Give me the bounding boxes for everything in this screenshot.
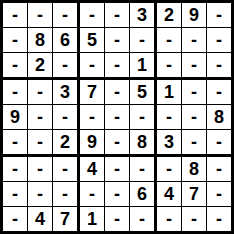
sudoku-cell[interactable]: -: [28, 157, 53, 182]
board-row: -----647-: [3, 182, 231, 207]
sudoku-cell[interactable]: 5: [80, 28, 105, 53]
sudoku-board: -----329--865------2---1-----37-51--9---…: [0, 0, 234, 234]
board-row: -471-----: [3, 207, 231, 231]
sudoku-cell[interactable]: 3: [157, 130, 182, 157]
sudoku-cell[interactable]: -: [105, 207, 130, 231]
sudoku-cell[interactable]: -: [53, 157, 80, 182]
sudoku-cell[interactable]: 4: [157, 182, 182, 207]
sudoku-cell[interactable]: -: [157, 28, 182, 53]
sudoku-cell[interactable]: -: [28, 80, 53, 105]
sudoku-cell[interactable]: 7: [182, 182, 207, 207]
sudoku-cell[interactable]: 9: [80, 130, 105, 157]
board-row: 9-------8: [3, 105, 231, 130]
sudoku-cell[interactable]: -: [207, 130, 231, 157]
sudoku-cell[interactable]: 8: [207, 105, 231, 130]
sudoku-cell[interactable]: -: [3, 130, 28, 157]
sudoku-cell[interactable]: -: [207, 207, 231, 231]
sudoku-cell[interactable]: -: [28, 105, 53, 130]
sudoku-cell[interactable]: 5: [130, 80, 157, 105]
board-row: -2---1---: [3, 53, 231, 80]
sudoku-cell[interactable]: -: [53, 3, 80, 28]
sudoku-cell[interactable]: -: [28, 3, 53, 28]
sudoku-cell[interactable]: -: [182, 53, 207, 80]
sudoku-cell[interactable]: 4: [28, 207, 53, 231]
sudoku-cell[interactable]: -: [3, 80, 28, 105]
sudoku-cell[interactable]: -: [105, 130, 130, 157]
sudoku-cell[interactable]: -: [207, 28, 231, 53]
board-row: ---4---8-: [3, 157, 231, 182]
sudoku-cell[interactable]: -: [53, 105, 80, 130]
sudoku-cell[interactable]: -: [3, 28, 28, 53]
sudoku-cell[interactable]: -: [28, 182, 53, 207]
sudoku-cell[interactable]: 2: [28, 53, 53, 80]
sudoku-cell[interactable]: -: [130, 157, 157, 182]
sudoku-cell[interactable]: -: [105, 28, 130, 53]
sudoku-cell[interactable]: -: [182, 130, 207, 157]
sudoku-cell[interactable]: 8: [28, 28, 53, 53]
sudoku-cell[interactable]: 2: [157, 3, 182, 28]
sudoku-cell[interactable]: 8: [182, 157, 207, 182]
sudoku-cell[interactable]: -: [105, 157, 130, 182]
board-row: --37-51--: [3, 80, 231, 105]
sudoku-cell[interactable]: -: [53, 182, 80, 207]
sudoku-cell[interactable]: -: [3, 53, 28, 80]
sudoku-cell[interactable]: -: [28, 130, 53, 157]
sudoku-cell[interactable]: 3: [53, 80, 80, 105]
sudoku-cell[interactable]: -: [130, 207, 157, 231]
sudoku-cell[interactable]: 6: [130, 182, 157, 207]
sudoku-cell[interactable]: -: [3, 207, 28, 231]
sudoku-cell[interactable]: -: [105, 53, 130, 80]
sudoku-cell[interactable]: 3: [130, 3, 157, 28]
sudoku-cell[interactable]: -: [80, 182, 105, 207]
sudoku-cell[interactable]: -: [157, 157, 182, 182]
board-row: -865-----: [3, 28, 231, 53]
sudoku-cell[interactable]: -: [80, 105, 105, 130]
sudoku-cell[interactable]: -: [80, 53, 105, 80]
sudoku-cell[interactable]: -: [130, 105, 157, 130]
sudoku-cell[interactable]: 8: [130, 130, 157, 157]
sudoku-cell[interactable]: -: [182, 28, 207, 53]
sudoku-cell[interactable]: -: [182, 80, 207, 105]
sudoku-cell[interactable]: -: [157, 53, 182, 80]
sudoku-cell[interactable]: -: [105, 80, 130, 105]
sudoku-cell[interactable]: 9: [182, 3, 207, 28]
sudoku-cell[interactable]: -: [3, 157, 28, 182]
sudoku-cell[interactable]: -: [157, 207, 182, 231]
sudoku-cell[interactable]: 1: [130, 53, 157, 80]
sudoku-cell[interactable]: -: [207, 157, 231, 182]
sudoku-cell[interactable]: -: [157, 105, 182, 130]
sudoku-cell[interactable]: -: [3, 3, 28, 28]
sudoku-cell[interactable]: 1: [80, 207, 105, 231]
sudoku-cell[interactable]: 9: [3, 105, 28, 130]
sudoku-cell[interactable]: 7: [80, 80, 105, 105]
sudoku-cell[interactable]: 2: [53, 130, 80, 157]
sudoku-cell[interactable]: -: [207, 3, 231, 28]
sudoku-cell[interactable]: 1: [157, 80, 182, 105]
sudoku-cell[interactable]: -: [207, 53, 231, 80]
sudoku-cell[interactable]: -: [105, 182, 130, 207]
sudoku-cell[interactable]: 7: [53, 207, 80, 231]
sudoku-cell[interactable]: -: [130, 28, 157, 53]
sudoku-cell[interactable]: -: [53, 53, 80, 80]
sudoku-cell[interactable]: -: [3, 182, 28, 207]
sudoku-cell[interactable]: 6: [53, 28, 80, 53]
sudoku-cell[interactable]: -: [207, 182, 231, 207]
board-row: --29-83--: [3, 130, 231, 157]
sudoku-cell[interactable]: -: [105, 105, 130, 130]
board-row: -----329-: [3, 3, 231, 28]
sudoku-cell[interactable]: 4: [80, 157, 105, 182]
sudoku-cell[interactable]: -: [182, 207, 207, 231]
sudoku-cell[interactable]: -: [80, 3, 105, 28]
sudoku-cell[interactable]: -: [105, 3, 130, 28]
sudoku-cell[interactable]: -: [207, 80, 231, 105]
sudoku-cell[interactable]: -: [182, 105, 207, 130]
